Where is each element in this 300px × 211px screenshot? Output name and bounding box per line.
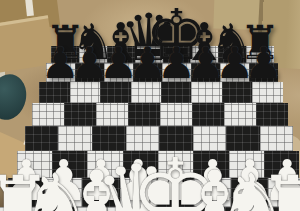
- board-rank-2: [8, 178, 300, 207]
- square-c2[interactable]: [82, 178, 119, 207]
- square-g1[interactable]: [234, 207, 273, 211]
- square-c6[interactable]: [100, 82, 130, 103]
- square-f1[interactable]: [195, 207, 234, 211]
- square-b6[interactable]: [70, 82, 100, 103]
- square-c3[interactable]: [87, 151, 122, 178]
- board-rank-1: [0, 207, 300, 211]
- square-b1[interactable]: [38, 207, 77, 211]
- square-g7[interactable]: [220, 63, 249, 82]
- board-rank-3: [17, 151, 300, 178]
- square-d6[interactable]: [131, 82, 161, 103]
- square-d5[interactable]: [128, 103, 160, 126]
- square-c1[interactable]: [77, 207, 116, 211]
- square-d2[interactable]: [120, 178, 157, 207]
- square-a4[interactable]: [25, 126, 59, 151]
- square-e7[interactable]: [162, 63, 191, 82]
- square-e1[interactable]: [156, 207, 195, 211]
- square-e8[interactable]: [163, 46, 191, 63]
- square-a1[interactable]: [0, 207, 38, 211]
- square-f3[interactable]: [193, 151, 228, 178]
- chess-board[interactable]: [0, 0, 300, 211]
- square-e4[interactable]: [159, 126, 193, 151]
- square-a3[interactable]: [17, 151, 52, 178]
- square-h7[interactable]: [249, 63, 278, 82]
- square-a2[interactable]: [8, 178, 45, 207]
- square-d4[interactable]: [126, 126, 160, 151]
- square-h3[interactable]: [264, 151, 299, 178]
- square-d8[interactable]: [135, 46, 163, 63]
- square-a8[interactable]: [51, 46, 79, 63]
- square-b2[interactable]: [45, 178, 82, 207]
- photo-scene: ♜♞♝♛♚♝♞♜♟♟♟♟♟♟♟♟♟♟♟♟♟♟♟♟♜♞♝♛♚♝♞♜: [0, 0, 300, 211]
- square-f6[interactable]: [191, 82, 221, 103]
- square-f2[interactable]: [194, 178, 231, 207]
- board-rank-7: [46, 63, 278, 82]
- square-g6[interactable]: [222, 82, 252, 103]
- square-g8[interactable]: [218, 46, 246, 63]
- square-g3[interactable]: [229, 151, 264, 178]
- square-h6[interactable]: [252, 82, 282, 103]
- square-d3[interactable]: [123, 151, 158, 178]
- square-e2[interactable]: [157, 178, 194, 207]
- square-h8[interactable]: [246, 46, 274, 63]
- square-g5[interactable]: [224, 103, 256, 126]
- square-h4[interactable]: [260, 126, 294, 151]
- square-f5[interactable]: [192, 103, 224, 126]
- square-f7[interactable]: [191, 63, 220, 82]
- square-e6[interactable]: [161, 82, 191, 103]
- square-e3[interactable]: [158, 151, 193, 178]
- square-b4[interactable]: [58, 126, 92, 151]
- square-f8[interactable]: [190, 46, 218, 63]
- square-d7[interactable]: [133, 63, 162, 82]
- square-h2[interactable]: [268, 178, 300, 207]
- board-rank-4: [25, 126, 293, 151]
- square-d1[interactable]: [116, 207, 155, 211]
- square-a5[interactable]: [32, 103, 64, 126]
- square-e5[interactable]: [160, 103, 192, 126]
- square-a6[interactable]: [39, 82, 69, 103]
- square-h5[interactable]: [256, 103, 288, 126]
- board-rank-8: [51, 46, 274, 63]
- square-g2[interactable]: [231, 178, 268, 207]
- square-h1[interactable]: [273, 207, 300, 211]
- board-rank-5: [32, 103, 287, 126]
- square-a7[interactable]: [46, 63, 75, 82]
- board-rank-6: [39, 82, 282, 103]
- square-c5[interactable]: [96, 103, 128, 126]
- square-c7[interactable]: [104, 63, 133, 82]
- square-c8[interactable]: [107, 46, 135, 63]
- square-b3[interactable]: [52, 151, 87, 178]
- square-f4[interactable]: [193, 126, 227, 151]
- square-b5[interactable]: [64, 103, 96, 126]
- square-b7[interactable]: [75, 63, 104, 82]
- square-c4[interactable]: [92, 126, 126, 151]
- square-b8[interactable]: [79, 46, 107, 63]
- square-g4[interactable]: [226, 126, 260, 151]
